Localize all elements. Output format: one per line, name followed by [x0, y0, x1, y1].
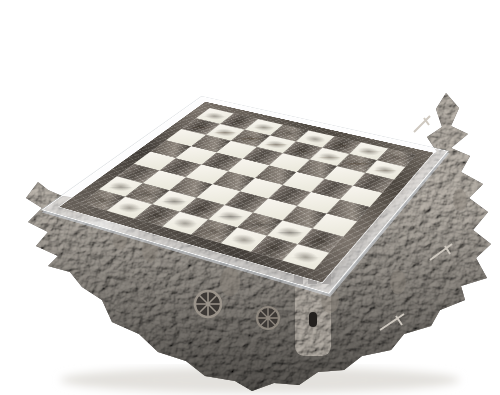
chess-set-photo: ♜♞♝♛♚♝♞♜♟♟♟♟♟♟♟♟♟♟♟♟♟♟♟♟♜♞♝♛♚♝♞♜ — [0, 0, 500, 395]
square-f6[interactable] — [296, 160, 337, 179]
board-scene: ♜♞♝♛♚♝♞♜♟♟♟♟♟♟♟♟♟♟♟♟♟♟♟♟♜♞♝♛♚♝♞♜ — [0, 0, 500, 395]
board-3d: ♜♞♝♛♚♝♞♜♟♟♟♟♟♟♟♟♟♟♟♟♟♟♟♟♜♞♝♛♚♝♞♜ — [80, 108, 416, 270]
